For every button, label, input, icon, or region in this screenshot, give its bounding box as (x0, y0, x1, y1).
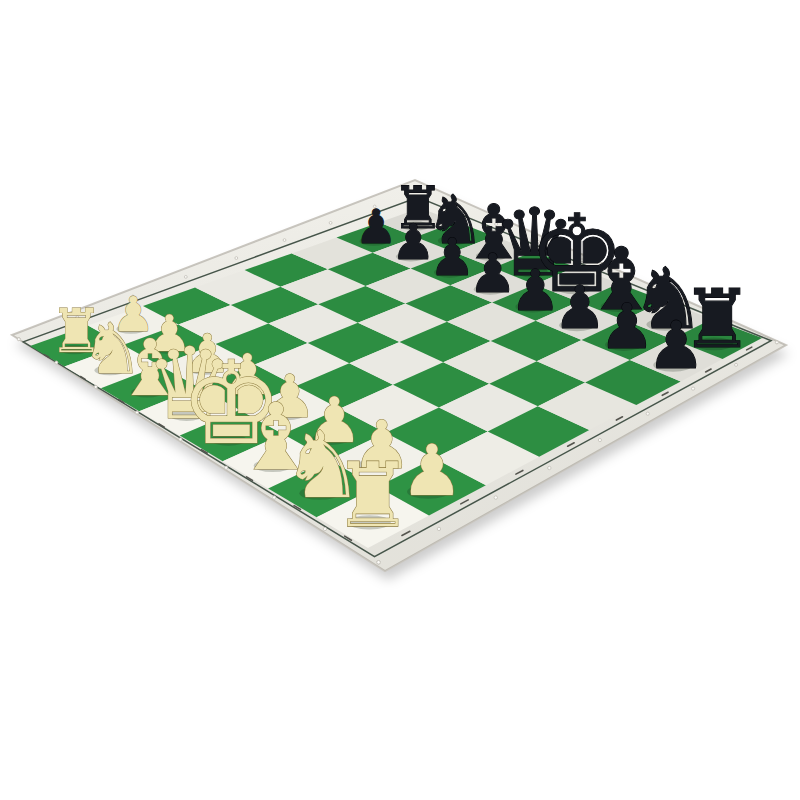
rivet-rank8-edge-8 (775, 341, 778, 344)
rivet-hfile-edge-1 (437, 527, 440, 530)
rivet-hfile-edge-3 (548, 466, 551, 469)
piece-black-pawn-h7[interactable]: ♟ (647, 307, 706, 383)
chess-set-photo: ♜♞♟♝♟♛♟♚♟♝♟♞♟♟♜♟♟♜♟♟♞♟♝♟♛♟♚♟♝♟♞♜ (0, 0, 800, 800)
rivet-afile-edge-3 (184, 275, 187, 278)
rivet-afile-edge-5 (283, 239, 286, 242)
rivet-hfile-edge-6 (691, 387, 694, 390)
rivet-hfile-edge-4 (598, 438, 601, 441)
piece-white-rook-h1[interactable]: ♜ (333, 443, 413, 547)
rivet-rank1-edge-7 (323, 527, 326, 530)
rivet-afile-edge-4 (235, 257, 238, 260)
rivet-afile-edge-6 (329, 221, 332, 224)
rivet-hfile-edge-0 (377, 560, 381, 564)
rivet-hfile-edge-2 (494, 496, 497, 499)
chess-board: ♜♞♟♝♟♛♟♚♟♝♟♞♟♟♜♟♟♜♟♟♞♟♝♟♛♟♚♟♝♟♞♜ (0, 0, 800, 800)
rivet-rank1-edge-6 (272, 496, 275, 499)
rivet-hfile-edge-5 (646, 412, 649, 415)
rivet-afile-edge-0 (17, 338, 20, 341)
